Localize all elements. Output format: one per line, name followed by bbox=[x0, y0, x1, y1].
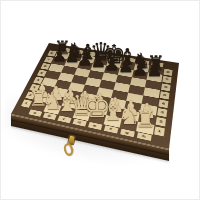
rank-label-right-8: 8 bbox=[164, 68, 173, 75]
rank-label-right-7: 7 bbox=[162, 76, 171, 84]
rank-label-right-6: 6 bbox=[161, 83, 171, 91]
rank-label-right-4: 4 bbox=[159, 99, 169, 108]
product-photo-chess-set: aabbccddeeffgghh8877665544332211 ♜♞♝♛♚♝♞… bbox=[0, 0, 200, 200]
rank-label-right-1: 1 bbox=[154, 126, 165, 136]
rank-label-right-5: 5 bbox=[160, 91, 170, 99]
brass-clasp-icon bbox=[61, 134, 81, 162]
file-label-bottom-b: b bbox=[42, 112, 56, 120]
file-label-bottom-c: c bbox=[57, 115, 71, 123]
file-label-bottom-a: a bbox=[28, 109, 42, 116]
rank-label-right-2: 2 bbox=[156, 117, 166, 127]
rank-label-right-3: 3 bbox=[157, 108, 167, 117]
